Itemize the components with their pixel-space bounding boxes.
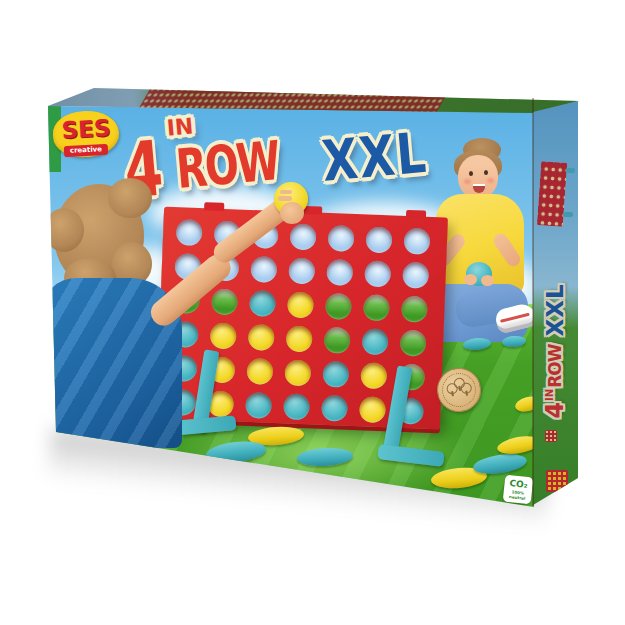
girl-hand: [464, 274, 477, 285]
box-fold-edge: [532, 98, 534, 506]
empty-slot-sky-r2-c7: [402, 262, 429, 289]
empty-slot-sky-r1-c7: [404, 228, 431, 255]
girl-eye: [469, 171, 473, 176]
product-box-photo: SES creative 4 IN ROW XXL: [0, 0, 625, 625]
girl-hand: [481, 275, 494, 286]
co2-subtext: 100% neutral: [503, 489, 532, 502]
empty-slot-grass-r3-c7: [401, 296, 428, 323]
girl-smile: [473, 184, 485, 193]
boy-hair-curl: [44, 208, 84, 252]
empty-slot-grass-r4-c7: [400, 330, 427, 357]
boy-hand: [280, 202, 304, 224]
side-face-shading: [533, 96, 579, 510]
box-side-face: 4 IN ROW XXL: [533, 96, 579, 510]
co2-neutral-badge: CO₂ 100% neutral: [503, 475, 534, 505]
boy-player: [42, 178, 372, 448]
ses-logo-sub: creative: [64, 144, 109, 157]
boy-hair-curl: [108, 178, 152, 218]
girl-cheek: [464, 179, 471, 184]
girl-cheek: [487, 178, 494, 183]
girl-eye: [484, 170, 488, 175]
girl-face: [458, 155, 498, 199]
boy-finger: [278, 196, 292, 201]
ses-logo-text: SES: [58, 115, 113, 144]
boy-finger: [280, 190, 292, 194]
